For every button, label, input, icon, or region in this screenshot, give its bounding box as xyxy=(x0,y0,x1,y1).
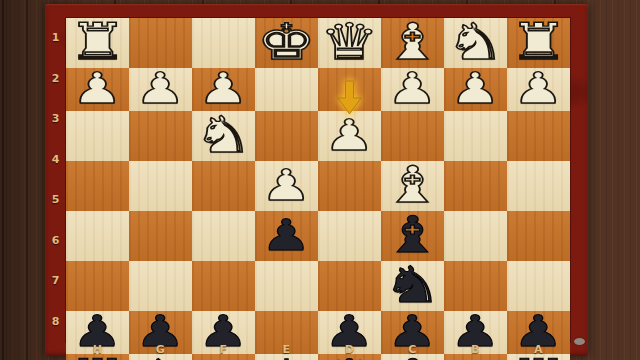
square-d5[interactable] xyxy=(318,211,381,261)
file-label-a: A xyxy=(529,343,549,356)
square-h4[interactable] xyxy=(66,161,129,211)
square-g5[interactable] xyxy=(129,211,192,261)
app-background: { "game": "chess", "position": { "fen": … xyxy=(0,0,640,360)
white-rook-piece[interactable]: ♜ xyxy=(68,17,127,67)
square-c3[interactable] xyxy=(381,111,444,161)
square-f2[interactable]: ♟ xyxy=(192,68,255,111)
rank-label-8: 8 xyxy=(45,315,66,329)
square-b1[interactable]: ♞ xyxy=(444,18,507,68)
square-c6[interactable]: ♞ xyxy=(381,261,444,311)
square-a3[interactable] xyxy=(507,111,570,161)
square-g1[interactable] xyxy=(129,18,192,68)
square-e1[interactable]: ♚ xyxy=(255,18,318,68)
rank-label-3: 3 xyxy=(45,112,66,126)
square-e6[interactable] xyxy=(255,261,318,311)
square-h1[interactable]: ♜ xyxy=(66,18,129,68)
file-label-c: C xyxy=(403,343,423,356)
black-bishop-piece[interactable]: ♝ xyxy=(383,210,442,260)
square-c5[interactable]: ♝ xyxy=(381,211,444,261)
rank-label-1: 1 xyxy=(45,31,66,45)
square-f1[interactable] xyxy=(192,18,255,68)
square-h5[interactable] xyxy=(66,211,129,261)
square-b2[interactable]: ♟ xyxy=(444,68,507,111)
white-pawn-piece[interactable]: ♟ xyxy=(198,67,249,110)
rank-label-6: 6 xyxy=(45,234,66,248)
square-d2[interactable] xyxy=(318,68,381,111)
square-b3[interactable] xyxy=(444,111,507,161)
square-c1[interactable]: ♝ xyxy=(381,18,444,68)
white-pawn-piece[interactable]: ♟ xyxy=(324,114,375,157)
square-f5[interactable] xyxy=(192,211,255,261)
rank-label-2: 2 xyxy=(45,72,66,86)
square-b4[interactable] xyxy=(444,161,507,211)
white-pawn-piece[interactable]: ♟ xyxy=(513,67,564,110)
file-label-f: F xyxy=(214,343,234,356)
black-knight-piece[interactable]: ♞ xyxy=(383,260,442,310)
square-b6[interactable] xyxy=(444,261,507,311)
file-label-d: D xyxy=(340,343,360,356)
square-a5[interactable] xyxy=(507,211,570,261)
square-a1[interactable]: ♜ xyxy=(507,18,570,68)
square-c2[interactable]: ♟ xyxy=(381,68,444,111)
square-c4[interactable]: ♝ xyxy=(381,161,444,211)
square-g4[interactable] xyxy=(129,161,192,211)
white-knight-piece[interactable]: ♞ xyxy=(194,110,253,160)
white-knight-piece[interactable]: ♞ xyxy=(446,17,505,67)
square-a6[interactable] xyxy=(507,261,570,311)
black-pawn-piece[interactable]: ♟ xyxy=(261,214,312,257)
white-pawn-piece[interactable]: ♟ xyxy=(135,67,186,110)
square-a4[interactable] xyxy=(507,161,570,211)
square-h6[interactable] xyxy=(66,261,129,311)
square-f3[interactable]: ♞ xyxy=(192,111,255,161)
board-squares: ♜♚♛♝♞♜♟♟♟♟♟♟♞♟♟♝♟♝♞♟♟♟♟♟♟♟♜♞♚♛♝♜ xyxy=(66,18,570,342)
square-g6[interactable] xyxy=(129,261,192,311)
file-label-h: H xyxy=(88,343,108,356)
rank-label-7: 7 xyxy=(45,274,66,288)
white-rook-piece[interactable]: ♜ xyxy=(509,17,568,67)
white-pawn-piece[interactable]: ♟ xyxy=(72,67,123,110)
file-label-e: E xyxy=(277,343,297,356)
square-g2[interactable]: ♟ xyxy=(129,68,192,111)
board-frame: ♜♚♛♝♞♜♟♟♟♟♟♟♞♟♟♝♟♝♞♟♟♟♟♟♟♟♜♞♚♛♝♜ 1234567… xyxy=(45,4,588,356)
rank-label-5: 5 xyxy=(45,193,66,207)
square-g3[interactable] xyxy=(129,111,192,161)
file-label-b: B xyxy=(466,343,486,356)
square-h3[interactable] xyxy=(66,111,129,161)
square-h2[interactable]: ♟ xyxy=(66,68,129,111)
square-f4[interactable] xyxy=(192,161,255,211)
corner-dot xyxy=(574,338,585,345)
white-bishop-piece[interactable]: ♝ xyxy=(383,160,442,210)
white-pawn-piece[interactable]: ♟ xyxy=(387,67,438,110)
square-d3[interactable]: ♟ xyxy=(318,111,381,161)
white-king-piece[interactable]: ♚ xyxy=(257,17,316,67)
square-e2[interactable] xyxy=(255,68,318,111)
square-a2[interactable]: ♟ xyxy=(507,68,570,111)
white-pawn-piece[interactable]: ♟ xyxy=(450,67,501,110)
square-b5[interactable] xyxy=(444,211,507,261)
square-d4[interactable] xyxy=(318,161,381,211)
square-d1[interactable]: ♛ xyxy=(318,18,381,68)
square-e3[interactable] xyxy=(255,111,318,161)
rank-label-4: 4 xyxy=(45,153,66,167)
white-queen-piece[interactable]: ♛ xyxy=(320,17,379,67)
square-e4[interactable]: ♟ xyxy=(255,161,318,211)
white-pawn-piece[interactable]: ♟ xyxy=(261,164,312,207)
white-bishop-piece[interactable]: ♝ xyxy=(383,17,442,67)
square-f6[interactable] xyxy=(192,261,255,311)
square-d6[interactable] xyxy=(318,261,381,311)
file-label-g: G xyxy=(151,343,171,356)
square-e5[interactable]: ♟ xyxy=(255,211,318,261)
